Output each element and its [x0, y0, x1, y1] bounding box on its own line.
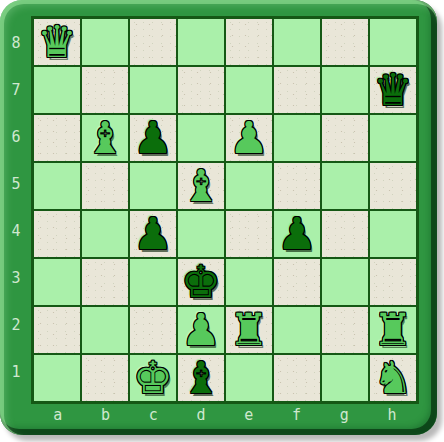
square-c4[interactable]: ♟ [130, 211, 176, 257]
square-g8[interactable] [322, 19, 368, 65]
square-f7[interactable] [274, 67, 320, 113]
square-h4[interactable] [370, 211, 416, 257]
piece-black-bishop[interactable]: ♝ [181, 355, 220, 401]
rank-label-2: 2 [4, 301, 28, 348]
piece-white-rook[interactable]: ♜ [229, 307, 268, 353]
square-h3[interactable] [370, 259, 416, 305]
square-e6[interactable]: ♟ [226, 115, 272, 161]
square-f2[interactable] [274, 307, 320, 353]
square-a7[interactable] [34, 67, 80, 113]
file-label-a: a [34, 403, 82, 427]
file-label-f: f [273, 403, 321, 427]
square-f4[interactable]: ♟ [274, 211, 320, 257]
square-f8[interactable] [274, 19, 320, 65]
square-g4[interactable] [322, 211, 368, 257]
square-e2[interactable]: ♜ [226, 307, 272, 353]
piece-white-knight[interactable]: ♞ [373, 355, 412, 401]
square-b5[interactable] [82, 163, 128, 209]
square-d4[interactable] [178, 211, 224, 257]
rank-label-8: 8 [4, 19, 28, 66]
square-d5[interactable]: ♝ [178, 163, 224, 209]
square-g7[interactable] [322, 67, 368, 113]
square-d1[interactable]: ♝ [178, 355, 224, 401]
square-a2[interactable] [34, 307, 80, 353]
piece-white-queen[interactable]: ♛ [37, 19, 76, 65]
square-g6[interactable] [322, 115, 368, 161]
square-h1[interactable]: ♞ [370, 355, 416, 401]
square-e5[interactable] [226, 163, 272, 209]
square-b1[interactable] [82, 355, 128, 401]
square-a1[interactable] [34, 355, 80, 401]
square-h7[interactable]: ♛ [370, 67, 416, 113]
piece-white-pawn[interactable]: ♟ [229, 115, 268, 161]
square-a5[interactable] [34, 163, 80, 209]
file-label-e: e [225, 403, 273, 427]
square-a8[interactable]: ♛ [34, 19, 80, 65]
square-c7[interactable] [130, 67, 176, 113]
square-f5[interactable] [274, 163, 320, 209]
rank-label-7: 7 [4, 66, 28, 113]
square-g2[interactable] [322, 307, 368, 353]
square-d7[interactable] [178, 67, 224, 113]
square-b2[interactable] [82, 307, 128, 353]
square-c6[interactable]: ♟ [130, 115, 176, 161]
rank-label-6: 6 [4, 113, 28, 160]
square-d6[interactable] [178, 115, 224, 161]
square-a6[interactable] [34, 115, 80, 161]
piece-black-queen[interactable]: ♛ [373, 67, 412, 113]
square-e7[interactable] [226, 67, 272, 113]
piece-black-king[interactable]: ♚ [181, 259, 220, 305]
piece-black-pawn[interactable]: ♟ [277, 211, 316, 257]
rank-label-3: 3 [4, 254, 28, 301]
piece-black-pawn[interactable]: ♟ [133, 115, 172, 161]
square-h5[interactable] [370, 163, 416, 209]
piece-black-pawn[interactable]: ♟ [133, 211, 172, 257]
square-c8[interactable] [130, 19, 176, 65]
chess-board[interactable]: ♛♛♝♟♟♝♟♟♚♟♜♜♚♝♞ [31, 16, 419, 404]
square-d8[interactable] [178, 19, 224, 65]
square-e8[interactable] [226, 19, 272, 65]
square-a3[interactable] [34, 259, 80, 305]
square-b7[interactable] [82, 67, 128, 113]
square-h2[interactable]: ♜ [370, 307, 416, 353]
piece-white-bishop[interactable]: ♝ [181, 163, 220, 209]
square-h6[interactable] [370, 115, 416, 161]
board-frame: 87654321 ♛♛♝♟♟♝♟♟♚♟♜♜♚♝♞ abcdefgh [0, 0, 437, 435]
file-labels: abcdefgh [34, 403, 416, 427]
square-d2[interactable]: ♟ [178, 307, 224, 353]
square-b3[interactable] [82, 259, 128, 305]
square-g3[interactable] [322, 259, 368, 305]
square-d3[interactable]: ♚ [178, 259, 224, 305]
square-b4[interactable] [82, 211, 128, 257]
piece-white-pawn[interactable]: ♟ [181, 307, 220, 353]
file-label-d: d [177, 403, 225, 427]
square-a4[interactable] [34, 211, 80, 257]
square-b6[interactable]: ♝ [82, 115, 128, 161]
square-c1[interactable]: ♚ [130, 355, 176, 401]
rank-label-1: 1 [4, 348, 28, 395]
square-c3[interactable] [130, 259, 176, 305]
square-e3[interactable] [226, 259, 272, 305]
square-c5[interactable] [130, 163, 176, 209]
square-f1[interactable] [274, 355, 320, 401]
rank-labels: 87654321 [4, 19, 28, 395]
square-h8[interactable] [370, 19, 416, 65]
file-label-c: c [130, 403, 178, 427]
square-f3[interactable] [274, 259, 320, 305]
square-g5[interactable] [322, 163, 368, 209]
square-e4[interactable] [226, 211, 272, 257]
file-label-g: g [321, 403, 369, 427]
piece-white-king[interactable]: ♚ [133, 355, 172, 401]
piece-white-bishop[interactable]: ♝ [85, 115, 124, 161]
piece-white-rook[interactable]: ♜ [373, 307, 412, 353]
square-f6[interactable] [274, 115, 320, 161]
square-c2[interactable] [130, 307, 176, 353]
square-e1[interactable] [226, 355, 272, 401]
square-b8[interactable] [82, 19, 128, 65]
file-label-h: h [368, 403, 416, 427]
file-label-b: b [82, 403, 130, 427]
square-g1[interactable] [322, 355, 368, 401]
rank-label-5: 5 [4, 160, 28, 207]
rank-label-4: 4 [4, 207, 28, 254]
